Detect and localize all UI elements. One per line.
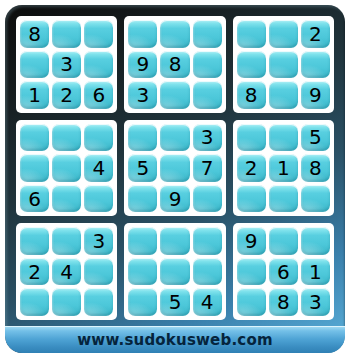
cell-r1c7[interactable] bbox=[237, 20, 266, 48]
box-7: 324 bbox=[16, 223, 117, 320]
cell-r2c9[interactable] bbox=[301, 51, 330, 79]
cell-r2c7[interactable] bbox=[237, 51, 266, 79]
cell-r2c4[interactable]: 9 bbox=[128, 51, 157, 79]
cell-r4c1[interactable] bbox=[20, 124, 49, 152]
cell-r2c5[interactable]: 8 bbox=[160, 51, 189, 79]
cell-r3c3[interactable]: 6 bbox=[84, 81, 113, 109]
cell-r3c7[interactable]: 8 bbox=[237, 81, 266, 109]
cell-r3c5[interactable] bbox=[160, 81, 189, 109]
cell-r6c8[interactable] bbox=[269, 185, 298, 213]
box-4: 46 bbox=[16, 120, 117, 217]
cell-r3c1[interactable]: 1 bbox=[20, 81, 49, 109]
cell-r9c7[interactable] bbox=[237, 288, 266, 316]
sudoku-page: 83126 983 289 46 3579 5218 324 54 96183 … bbox=[0, 0, 350, 360]
cell-r8c2[interactable]: 4 bbox=[52, 258, 81, 286]
cell-r4c3[interactable] bbox=[84, 124, 113, 152]
cell-r1c4[interactable] bbox=[128, 20, 157, 48]
cell-r2c6[interactable] bbox=[193, 51, 222, 79]
sudoku-board: 83126 983 289 46 3579 5218 324 54 96183 bbox=[16, 16, 334, 320]
cell-r1c6[interactable] bbox=[193, 20, 222, 48]
cell-r8c1[interactable]: 2 bbox=[20, 258, 49, 286]
cell-r1c3[interactable] bbox=[84, 20, 113, 48]
cell-r5c7[interactable]: 2 bbox=[237, 154, 266, 182]
cell-r9c6[interactable]: 4 bbox=[193, 288, 222, 316]
cell-r9c2[interactable] bbox=[52, 288, 81, 316]
box-3: 289 bbox=[233, 16, 334, 113]
cell-r4c6[interactable]: 3 bbox=[193, 124, 222, 152]
cell-r4c4[interactable] bbox=[128, 124, 157, 152]
cell-r2c1[interactable] bbox=[20, 51, 49, 79]
cell-r7c5[interactable] bbox=[160, 227, 189, 255]
cell-r6c4[interactable] bbox=[128, 185, 157, 213]
cell-r7c6[interactable] bbox=[193, 227, 222, 255]
cell-r4c5[interactable] bbox=[160, 124, 189, 152]
cell-r8c6[interactable] bbox=[193, 258, 222, 286]
cell-r8c7[interactable] bbox=[237, 258, 266, 286]
cell-r9c1[interactable] bbox=[20, 288, 49, 316]
cell-r2c3[interactable] bbox=[84, 51, 113, 79]
cell-r8c5[interactable] bbox=[160, 258, 189, 286]
cell-r9c3[interactable] bbox=[84, 288, 113, 316]
footer-banner: www.sudokusweb.com bbox=[5, 326, 345, 353]
cell-r7c2[interactable] bbox=[52, 227, 81, 255]
cell-r9c9[interactable]: 3 bbox=[301, 288, 330, 316]
cell-r8c4[interactable] bbox=[128, 258, 157, 286]
site-url[interactable]: www.sudokusweb.com bbox=[77, 331, 272, 349]
box-5: 3579 bbox=[124, 120, 225, 217]
cell-r7c9[interactable] bbox=[301, 227, 330, 255]
cell-r7c1[interactable] bbox=[20, 227, 49, 255]
cell-r1c5[interactable] bbox=[160, 20, 189, 48]
cell-r6c7[interactable] bbox=[237, 185, 266, 213]
cell-r3c9[interactable]: 9 bbox=[301, 81, 330, 109]
box-2: 983 bbox=[124, 16, 225, 113]
cell-r5c9[interactable]: 8 bbox=[301, 154, 330, 182]
cell-r4c8[interactable] bbox=[269, 124, 298, 152]
cell-r2c8[interactable] bbox=[269, 51, 298, 79]
cell-r1c9[interactable]: 2 bbox=[301, 20, 330, 48]
cell-r5c8[interactable]: 1 bbox=[269, 154, 298, 182]
cell-r7c3[interactable]: 3 bbox=[84, 227, 113, 255]
box-9: 96183 bbox=[233, 223, 334, 320]
cell-r4c9[interactable]: 5 bbox=[301, 124, 330, 152]
cell-r3c6[interactable] bbox=[193, 81, 222, 109]
cell-r9c5[interactable]: 5 bbox=[160, 288, 189, 316]
board-frame: 83126 983 289 46 3579 5218 324 54 96183 … bbox=[5, 5, 345, 353]
cell-r1c2[interactable] bbox=[52, 20, 81, 48]
cell-r9c8[interactable]: 8 bbox=[269, 288, 298, 316]
cell-r5c1[interactable] bbox=[20, 154, 49, 182]
cell-r8c9[interactable]: 1 bbox=[301, 258, 330, 286]
cell-r8c8[interactable]: 6 bbox=[269, 258, 298, 286]
cell-r9c4[interactable] bbox=[128, 288, 157, 316]
cell-r5c2[interactable] bbox=[52, 154, 81, 182]
cell-r6c9[interactable] bbox=[301, 185, 330, 213]
cell-r1c8[interactable] bbox=[269, 20, 298, 48]
cell-r8c3[interactable] bbox=[84, 258, 113, 286]
cell-r4c7[interactable] bbox=[237, 124, 266, 152]
cell-r1c1[interactable]: 8 bbox=[20, 20, 49, 48]
cell-r3c4[interactable]: 3 bbox=[128, 81, 157, 109]
cell-r5c5[interactable] bbox=[160, 154, 189, 182]
cell-r7c8[interactable] bbox=[269, 227, 298, 255]
cell-r4c2[interactable] bbox=[52, 124, 81, 152]
cell-r6c5[interactable]: 9 bbox=[160, 185, 189, 213]
box-8: 54 bbox=[124, 223, 225, 320]
cell-r5c4[interactable]: 5 bbox=[128, 154, 157, 182]
cell-r3c2[interactable]: 2 bbox=[52, 81, 81, 109]
cell-r7c4[interactable] bbox=[128, 227, 157, 255]
cell-r6c2[interactable] bbox=[52, 185, 81, 213]
cell-r7c7[interactable]: 9 bbox=[237, 227, 266, 255]
cell-r6c3[interactable] bbox=[84, 185, 113, 213]
box-1: 83126 bbox=[16, 16, 117, 113]
cell-r6c6[interactable] bbox=[193, 185, 222, 213]
cell-r5c6[interactable]: 7 bbox=[193, 154, 222, 182]
cell-r3c8[interactable] bbox=[269, 81, 298, 109]
box-6: 5218 bbox=[233, 120, 334, 217]
cell-r5c3[interactable]: 4 bbox=[84, 154, 113, 182]
cell-r2c2[interactable]: 3 bbox=[52, 51, 81, 79]
cell-r6c1[interactable]: 6 bbox=[20, 185, 49, 213]
